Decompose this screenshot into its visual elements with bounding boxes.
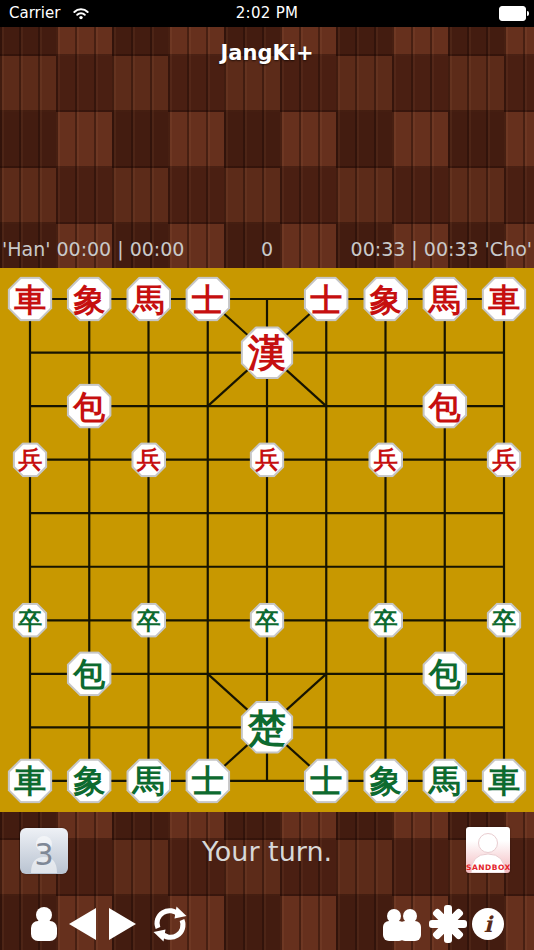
- piece-han-horse[interactable]: 馬: [422, 277, 467, 322]
- piece-han-chariot[interactable]: 車: [8, 277, 53, 322]
- app-screen: Carrier 2:02 PM JangKi+ 'Han' 00:00 | 00…: [0, 0, 534, 950]
- info-icon: i: [472, 908, 504, 940]
- gear-icon: [429, 905, 467, 943]
- status-message: Your turn.: [0, 836, 534, 867]
- piece-cho-elephant[interactable]: 象: [363, 758, 408, 803]
- clock-time: 2:02 PM: [0, 4, 534, 22]
- piece-han-guard[interactable]: 士: [304, 277, 349, 322]
- piece-cho-horse[interactable]: 馬: [422, 758, 467, 803]
- piece-cho-chariot[interactable]: 車: [482, 758, 527, 803]
- person-icon: [27, 906, 61, 942]
- two-people-icon: [383, 907, 421, 941]
- piece-han-soldier[interactable]: 兵: [368, 442, 403, 477]
- piece-cho-soldier[interactable]: 卒: [131, 603, 166, 638]
- sync-icon: [150, 904, 190, 944]
- piece-han-soldier[interactable]: 兵: [250, 442, 285, 477]
- player-button[interactable]: [24, 902, 64, 946]
- piece-cho-cannon[interactable]: 包: [67, 651, 112, 696]
- forward-button[interactable]: [102, 902, 142, 946]
- piece-cho-soldier[interactable]: 卒: [250, 603, 285, 638]
- janggi-board[interactable]: 車象馬士士象馬車漢包包兵兵兵兵兵卒卒卒卒卒包包楚車象馬士士象馬車: [0, 268, 534, 812]
- piece-cho-soldier[interactable]: 卒: [13, 603, 48, 638]
- piece-han-horse[interactable]: 馬: [126, 277, 171, 322]
- piece-cho-cannon[interactable]: 包: [422, 651, 467, 696]
- piece-cho-guard[interactable]: 士: [185, 758, 230, 803]
- toolbar: i: [0, 902, 534, 950]
- back-icon: [69, 908, 96, 940]
- piece-han-cannon[interactable]: 包: [67, 384, 112, 429]
- piece-cho-soldier[interactable]: 卒: [487, 603, 522, 638]
- piece-han-elephant[interactable]: 象: [363, 277, 408, 322]
- piece-han-soldier[interactable]: 兵: [13, 442, 48, 477]
- status-bar: Carrier 2:02 PM: [0, 0, 534, 27]
- piece-han-guard[interactable]: 士: [185, 277, 230, 322]
- piece-han-cannon[interactable]: 包: [422, 384, 467, 429]
- piece-cho-horse[interactable]: 馬: [126, 758, 171, 803]
- piece-cho-general[interactable]: 楚: [241, 701, 294, 754]
- piece-han-chariot[interactable]: 車: [482, 277, 527, 322]
- multiplayer-button[interactable]: [382, 902, 422, 946]
- game-info-bar: 'Han' 00:00 | 00:00 0 00:33 | 00:33 'Cho…: [0, 238, 534, 264]
- piece-cho-elephant[interactable]: 象: [67, 758, 112, 803]
- page-title: JangKi+: [0, 41, 534, 65]
- sync-button[interactable]: [150, 902, 190, 946]
- opponent-avatar[interactable]: SANDBOX: [466, 827, 510, 873]
- settings-button[interactable]: [428, 902, 468, 946]
- piece-cho-chariot[interactable]: 車: [8, 758, 53, 803]
- piece-han-soldier[interactable]: 兵: [131, 442, 166, 477]
- battery-icon: [499, 6, 526, 21]
- piece-cho-soldier[interactable]: 卒: [368, 603, 403, 638]
- back-button[interactable]: [62, 902, 102, 946]
- piece-han-soldier[interactable]: 兵: [487, 442, 522, 477]
- cho-clock: 00:33 | 00:33 'Cho': [351, 238, 532, 260]
- piece-han-elephant[interactable]: 象: [67, 277, 112, 322]
- piece-cho-guard[interactable]: 士: [304, 758, 349, 803]
- piece-han-general[interactable]: 漢: [241, 326, 294, 379]
- info-button[interactable]: i: [468, 902, 508, 946]
- forward-icon: [109, 908, 136, 940]
- sandbox-label: SANDBOX: [466, 863, 510, 872]
